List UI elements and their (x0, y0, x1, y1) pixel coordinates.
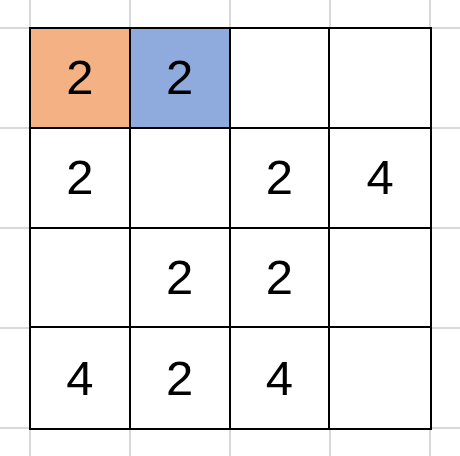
cell-r1c4[interactable] (330, 29, 430, 129)
tile-value: 2 (166, 53, 193, 102)
cell-r4c3[interactable]: 4 (231, 328, 331, 428)
cell-r4c1[interactable]: 4 (31, 328, 131, 428)
cell-r2c1[interactable]: 2 (31, 129, 131, 229)
tile-value: 4 (266, 354, 293, 403)
tile-value: 2 (266, 253, 293, 302)
cell-r3c3[interactable]: 2 (231, 229, 331, 329)
cell-r2c3[interactable]: 2 (231, 129, 331, 229)
cell-r1c3[interactable] (231, 29, 331, 129)
cell-r4c4[interactable] (330, 328, 430, 428)
tile-value: 4 (366, 153, 393, 202)
cell-r2c2[interactable] (131, 129, 231, 229)
tile-value: 2 (66, 53, 93, 102)
cell-r1c2[interactable]: 2 (131, 29, 231, 129)
cell-r3c2[interactable]: 2 (131, 229, 231, 329)
cell-r3c1[interactable] (31, 229, 131, 329)
cell-r1c1[interactable]: 2 (31, 29, 131, 129)
game-board: 2222422424 (29, 27, 432, 430)
tile-value: 2 (66, 153, 93, 202)
tile-value: 2 (166, 354, 193, 403)
cell-r4c2[interactable]: 2 (131, 328, 231, 428)
tile-value: 2 (166, 253, 193, 302)
tile-value: 4 (66, 354, 93, 403)
cell-r3c4[interactable] (330, 229, 430, 329)
cell-r2c4[interactable]: 4 (330, 129, 430, 229)
tile-value: 2 (266, 153, 293, 202)
